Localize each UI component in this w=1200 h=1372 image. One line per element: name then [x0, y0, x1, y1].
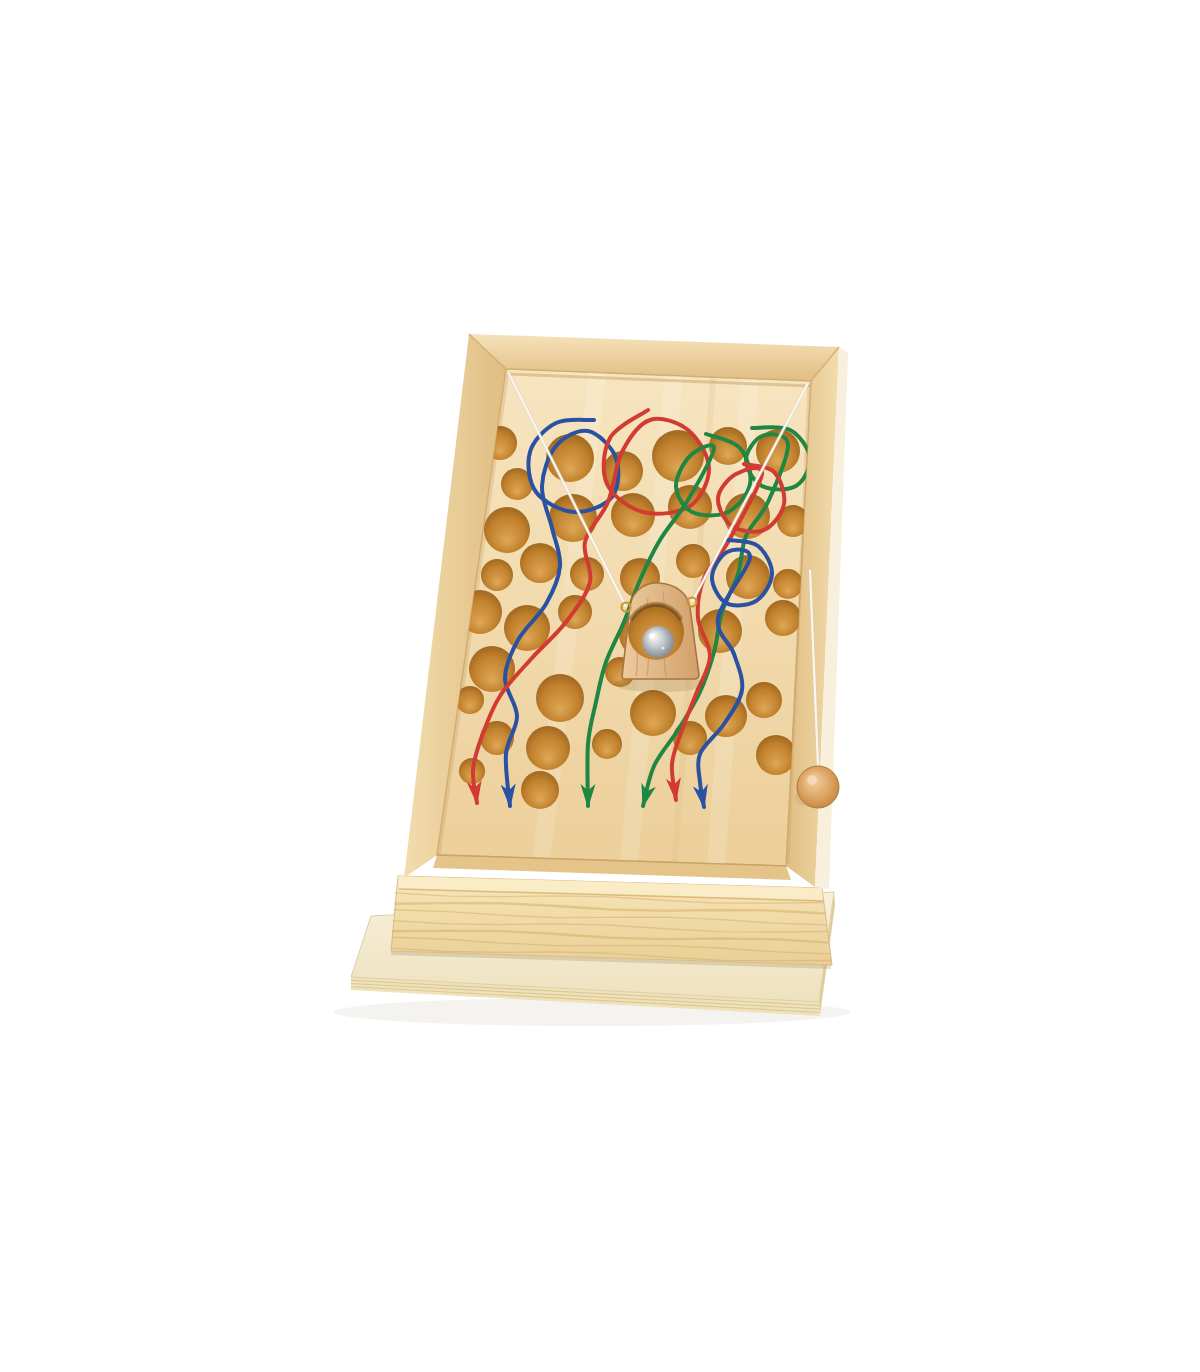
hole: [526, 726, 570, 770]
plinth: [391, 876, 832, 965]
hole: [746, 682, 782, 718]
knob-highlight: [807, 775, 817, 785]
hole: [481, 559, 513, 591]
hole: [705, 695, 747, 737]
ball-highlight: [649, 633, 655, 639]
hole: [521, 771, 559, 809]
hole: [546, 434, 594, 482]
hole: [520, 543, 560, 583]
hole: [773, 569, 803, 599]
hole: [765, 600, 801, 636]
hole: [592, 729, 622, 759]
product-photo-stage: [0, 0, 1200, 1372]
steel-ball: [642, 626, 674, 658]
hole: [756, 735, 796, 775]
hole: [484, 507, 530, 553]
hole: [630, 690, 676, 736]
scene-svg: [0, 0, 1200, 1372]
hole: [536, 674, 584, 722]
ball-highlight-small: [661, 646, 664, 649]
knob-ball: [797, 766, 839, 808]
